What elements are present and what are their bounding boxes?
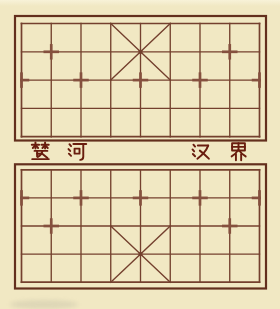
xiangqi-board	[0, 0, 280, 309]
board-grid[interactable]	[0, 0, 280, 309]
paper-smudge	[10, 300, 78, 309]
